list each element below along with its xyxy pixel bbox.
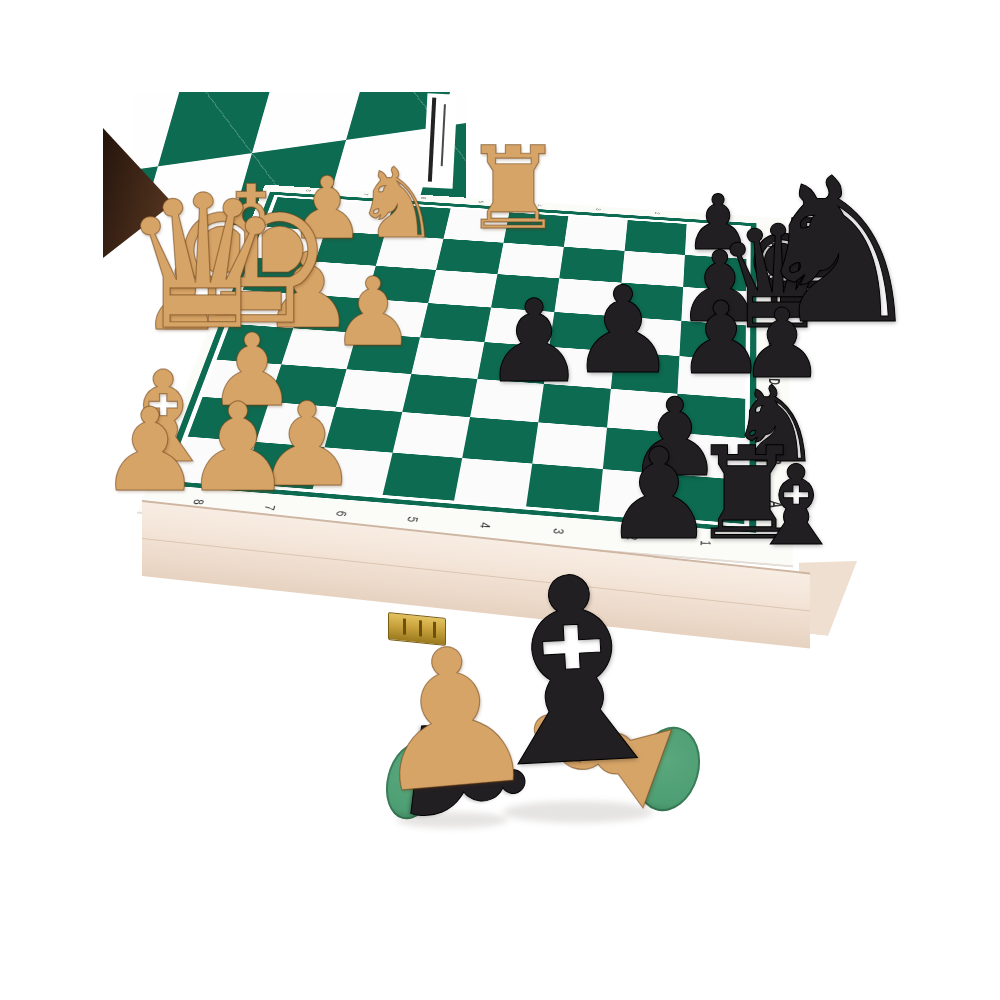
square-d5 (412, 337, 485, 378)
white-rook-g5: ♜ (462, 132, 564, 246)
white-pawn-d6: ♟ (330, 265, 415, 360)
square-c5 (403, 374, 478, 417)
rank-label-back-2: 2 (651, 197, 664, 229)
white-knight-g6: ♞ (354, 155, 441, 252)
square-e5 (420, 303, 491, 342)
square-a5 (383, 452, 462, 500)
black-pawn-d4: ♟ (483, 285, 585, 399)
square-a3 (526, 463, 603, 512)
black-pawn-c3: ♟ (569, 271, 677, 391)
black-bishop-b1: ♝ (747, 451, 846, 561)
chess-set-photo: 87654321 87654321 HGFEDCBA ♟♟♟♝♟♛♚♟♟♟♟♞♜… (0, 0, 1000, 1000)
square-b4 (462, 417, 538, 463)
white-pawn-standing: ♟ (359, 618, 545, 822)
square-b3 (532, 422, 606, 468)
seam-line (441, 104, 446, 166)
square-b5 (393, 412, 470, 458)
white-pawn-a7: ♟ (183, 387, 292, 509)
square-a4 (454, 458, 532, 507)
